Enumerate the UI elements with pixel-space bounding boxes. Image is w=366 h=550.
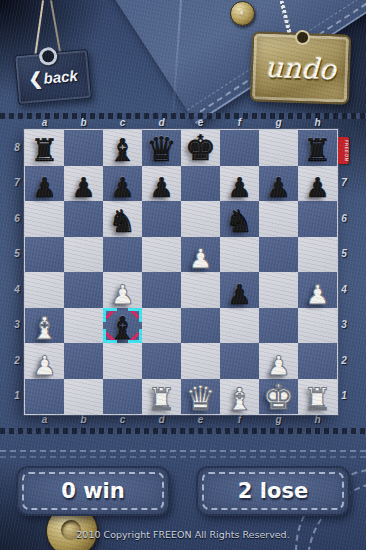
black-pawn-glyph: ♟ — [32, 175, 56, 201]
piece-white-pawn-h4[interactable]: ♟ — [298, 261, 337, 308]
file-label-top-g: g — [272, 117, 286, 128]
piece-black-bishop-c3[interactable]: ♝ — [103, 296, 142, 343]
square-b1[interactable] — [64, 379, 103, 415]
square-b5[interactable] — [64, 237, 103, 273]
piece-black-knight-f6[interactable]: ♞ — [220, 190, 259, 237]
white-pawn-glyph: ♟ — [32, 353, 56, 379]
piece-black-pawn-d7[interactable]: ♟ — [142, 154, 181, 201]
rank-label-right-5: 5 — [337, 248, 351, 259]
win-score-badge: 0 win — [18, 468, 168, 514]
square-d5[interactable] — [142, 237, 181, 273]
rank-label-left-6: 6 — [10, 213, 24, 224]
square-g6[interactable] — [259, 201, 298, 237]
square-h6[interactable] — [298, 201, 337, 237]
rank-label-left-2: 2 — [10, 355, 24, 366]
stitch-line — [0, 450, 366, 452]
square-d6[interactable] — [142, 201, 181, 237]
lose-score-label: 2 lose — [238, 479, 308, 503]
white-bishop-glyph: ♝ — [226, 385, 254, 414]
rank-label-left-5: 5 — [10, 248, 24, 259]
white-rook-glyph: ♜ — [148, 385, 176, 414]
file-label-top-f: f — [233, 117, 247, 128]
rank-label-left-8: 8 — [10, 142, 24, 153]
seam-bottom — [0, 428, 366, 434]
back-arrow-icon: ❮ — [28, 68, 44, 88]
piece-white-pawn-a2[interactable]: ♟ — [25, 332, 64, 379]
black-bishop-glyph: ♝ — [109, 314, 137, 343]
rank-label-left-7: 7 — [10, 177, 24, 188]
square-h3[interactable] — [298, 308, 337, 344]
rank-label-right-1: 1 — [337, 390, 351, 401]
white-rook-glyph: ♜ — [304, 385, 332, 414]
rank-label-right-3: 3 — [337, 319, 351, 330]
piece-white-rook-h1[interactable]: ♜ — [298, 367, 337, 414]
black-knight-glyph: ♞ — [226, 207, 254, 236]
square-a6[interactable] — [25, 201, 64, 237]
rank-label-left-3: 3 — [10, 319, 24, 330]
square-c1[interactable] — [103, 379, 142, 415]
piece-white-bishop-f1[interactable]: ♝ — [220, 367, 259, 414]
square-e4[interactable] — [181, 272, 220, 308]
brand-side-tag: FREEON — [338, 137, 349, 164]
black-pawn-glyph: ♟ — [71, 175, 95, 201]
piece-black-pawn-b7[interactable]: ♟ — [64, 154, 103, 201]
piece-black-knight-c6[interactable]: ♞ — [103, 190, 142, 237]
square-a5[interactable] — [25, 237, 64, 273]
back-button[interactable]: ❮back — [14, 49, 92, 105]
board-area: ♜♝♛♚♜♟♟♟♟♟♟♟♞♞♟♟♟♟♝♝♟♟♜♛♝♚♜ — [25, 130, 337, 414]
piece-white-pawn-e5[interactable]: ♟ — [181, 225, 220, 272]
piece-black-pawn-h7[interactable]: ♟ — [298, 154, 337, 201]
file-label-bottom-a: a — [38, 414, 52, 425]
back-button-label: ❮back — [27, 64, 78, 89]
square-d3[interactable] — [142, 308, 181, 344]
white-pawn-glyph: ♟ — [305, 282, 329, 308]
square-e7[interactable] — [181, 166, 220, 202]
undo-button[interactable]: undo — [250, 31, 351, 104]
rank-label-left-1: 1 — [10, 390, 24, 401]
undo-button-label: undo — [265, 50, 337, 85]
piece-black-pawn-a7[interactable]: ♟ — [25, 154, 64, 201]
lose-score-badge: 2 lose — [198, 468, 348, 514]
jeans-rivet-button-icon — [230, 1, 255, 26]
square-g5[interactable] — [259, 237, 298, 273]
black-pawn-glyph: ♟ — [266, 175, 290, 201]
piece-black-pawn-g7[interactable]: ♟ — [259, 154, 298, 201]
square-g4[interactable] — [259, 272, 298, 308]
piece-black-pawn-f4[interactable]: ♟ — [220, 261, 259, 308]
copyright-text: 2010 Copyright FREEON All Rights Reserve… — [0, 529, 366, 540]
rank-label-right-2: 2 — [337, 355, 351, 366]
piece-white-queen-e1[interactable]: ♛ — [181, 367, 220, 414]
square-c2[interactable] — [103, 343, 142, 379]
square-a1[interactable] — [25, 379, 64, 415]
stitch-line — [0, 456, 366, 458]
app-screen: ❮back undo aabbccddeeffgghh8877665544332… — [0, 0, 366, 550]
file-label-top-b: b — [77, 117, 91, 128]
black-pawn-glyph: ♟ — [149, 175, 173, 201]
rank-label-right-6: 6 — [337, 213, 351, 224]
piece-white-rook-d1[interactable]: ♜ — [142, 367, 181, 414]
square-b3[interactable] — [64, 308, 103, 344]
black-knight-glyph: ♞ — [109, 207, 137, 236]
black-king-glyph: ♚ — [185, 132, 216, 165]
rank-label-right-4: 4 — [337, 284, 351, 295]
rank-label-right-7: 7 — [337, 177, 351, 188]
white-king-glyph: ♚ — [263, 381, 294, 414]
black-pawn-glyph: ♟ — [305, 175, 329, 201]
square-b2[interactable] — [64, 343, 103, 379]
grommet-icon — [295, 30, 311, 46]
square-d4[interactable] — [142, 272, 181, 308]
win-score-label: 0 win — [61, 479, 124, 503]
file-label-bottom-c: c — [116, 414, 130, 425]
white-pawn-glyph: ♟ — [188, 246, 212, 272]
grommet-icon — [38, 47, 58, 67]
square-e3[interactable] — [181, 308, 220, 344]
square-b4[interactable] — [64, 272, 103, 308]
piece-black-king-e8[interactable]: ♚ — [181, 119, 220, 166]
white-queen-glyph: ♛ — [185, 382, 215, 414]
file-label-bottom-b: b — [77, 414, 91, 425]
rank-label-left-4: 4 — [10, 284, 24, 295]
black-pawn-glyph: ♟ — [227, 282, 251, 308]
piece-white-king-g1[interactable]: ♚ — [259, 367, 298, 414]
square-f3[interactable] — [220, 308, 259, 344]
square-b6[interactable] — [64, 201, 103, 237]
